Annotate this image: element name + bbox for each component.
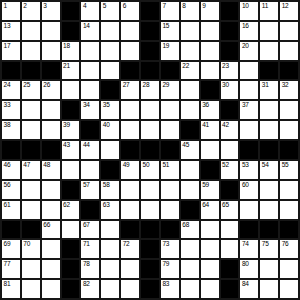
clue-number: 41 [202, 121, 209, 129]
black-cell [42, 141, 60, 159]
white-cell[interactable] [181, 260, 199, 278]
white-cell[interactable] [141, 121, 159, 139]
clue-number: 75 [262, 240, 269, 248]
white-cell[interactable]: 44 [81, 141, 99, 159]
white-cell[interactable]: 1 [2, 2, 20, 20]
clue-number: 70 [23, 240, 30, 248]
clue-number: 56 [4, 181, 11, 189]
white-cell[interactable] [22, 42, 40, 60]
black-cell [221, 22, 239, 40]
white-cell[interactable] [81, 161, 99, 179]
white-cell[interactable]: 15 [161, 22, 179, 40]
white-cell[interactable] [201, 240, 219, 258]
black-cell [62, 240, 80, 258]
clue-number: 7 [162, 2, 165, 10]
clue-number: 16 [242, 22, 249, 30]
white-cell[interactable] [22, 22, 40, 40]
black-cell [141, 62, 159, 80]
black-cell [141, 221, 159, 239]
white-cell[interactable]: 31 [260, 81, 278, 99]
white-cell[interactable] [101, 240, 119, 258]
clue-number: 31 [262, 81, 269, 89]
clue-number: 76 [282, 240, 289, 248]
black-cell [121, 62, 139, 80]
white-cell[interactable]: 58 [101, 181, 119, 199]
black-cell [141, 141, 159, 159]
clue-number: 52 [222, 161, 229, 169]
white-cell[interactable] [221, 221, 239, 239]
white-cell[interactable] [62, 161, 80, 179]
clue-number: 80 [242, 260, 249, 268]
black-cell [81, 201, 99, 219]
white-cell[interactable] [101, 280, 119, 298]
white-cell[interactable]: 83 [161, 280, 179, 298]
white-cell[interactable] [22, 201, 40, 219]
clue-number: 45 [182, 141, 189, 149]
white-cell[interactable] [42, 280, 60, 298]
white-cell[interactable]: 21 [62, 62, 80, 80]
black-cell [260, 62, 278, 80]
white-cell[interactable] [121, 260, 139, 278]
white-cell[interactable]: 47 [22, 161, 40, 179]
clue-number: 54 [262, 161, 269, 169]
white-cell[interactable] [101, 260, 119, 278]
white-cell[interactable] [62, 81, 80, 99]
white-cell[interactable] [181, 42, 199, 60]
white-cell[interactable] [280, 101, 298, 119]
white-cell[interactable] [181, 161, 199, 179]
black-cell [141, 22, 159, 40]
white-cell[interactable] [22, 260, 40, 278]
clue-number: 33 [4, 101, 11, 109]
black-cell [161, 221, 179, 239]
black-cell [141, 260, 159, 278]
clue-number: 59 [202, 181, 209, 189]
clue-number: 40 [103, 121, 110, 129]
white-cell[interactable] [161, 201, 179, 219]
white-cell[interactable] [42, 22, 60, 40]
white-cell[interactable]: 48 [42, 161, 60, 179]
white-cell[interactable] [22, 181, 40, 199]
black-cell [22, 141, 40, 159]
white-cell[interactable]: 20 [240, 42, 258, 60]
white-cell[interactable] [121, 121, 139, 139]
white-cell[interactable]: 61 [2, 201, 20, 219]
white-cell[interactable]: 40 [101, 121, 119, 139]
black-cell [62, 181, 80, 199]
crossword-puzzle: 1234567891011121314151617181920212223242… [0, 0, 300, 300]
clue-number: 36 [202, 101, 209, 109]
white-cell[interactable]: 43 [62, 141, 80, 159]
clue-number: 69 [4, 240, 11, 248]
clue-number: 79 [162, 260, 169, 268]
white-cell[interactable] [121, 22, 139, 40]
white-cell[interactable] [240, 201, 258, 219]
white-cell[interactable] [42, 240, 60, 258]
white-cell[interactable]: 80 [240, 260, 258, 278]
crossword-grid: 1234567891011121314151617181920212223242… [0, 0, 300, 300]
white-cell[interactable] [181, 280, 199, 298]
clue-number: 43 [63, 141, 70, 149]
white-cell[interactable] [280, 260, 298, 278]
white-cell[interactable]: 12 [280, 2, 298, 20]
clue-number: 24 [4, 81, 11, 89]
black-cell [240, 141, 258, 159]
clue-number: 39 [63, 121, 70, 129]
white-cell[interactable]: 4 [81, 2, 99, 20]
white-cell[interactable]: 63 [101, 201, 119, 219]
black-cell [101, 81, 119, 99]
white-cell[interactable]: 54 [260, 161, 278, 179]
white-cell[interactable] [141, 201, 159, 219]
white-cell[interactable]: 76 [280, 240, 298, 258]
clue-number: 23 [222, 62, 229, 70]
black-cell [280, 221, 298, 239]
clue-number: 74 [242, 240, 249, 248]
clue-number: 38 [4, 121, 11, 129]
white-cell[interactable]: 41 [201, 121, 219, 139]
white-cell[interactable] [81, 62, 99, 80]
black-cell [221, 2, 239, 20]
white-cell[interactable] [221, 141, 239, 159]
white-cell[interactable]: 67 [81, 221, 99, 239]
clue-number: 8 [182, 2, 185, 10]
white-cell[interactable]: 28 [141, 81, 159, 99]
clue-number: 49 [123, 161, 130, 169]
white-cell[interactable] [201, 141, 219, 159]
white-cell[interactable]: 18 [62, 42, 80, 60]
black-cell [141, 42, 159, 60]
white-cell[interactable]: 78 [81, 260, 99, 278]
clue-number: 68 [182, 221, 189, 229]
white-cell[interactable] [42, 121, 60, 139]
white-cell[interactable] [260, 280, 278, 298]
white-cell[interactable] [22, 101, 40, 119]
white-cell[interactable] [42, 101, 60, 119]
clue-number: 15 [162, 22, 169, 30]
white-cell[interactable] [101, 22, 119, 40]
clue-number: 14 [83, 22, 90, 30]
black-cell [161, 141, 179, 159]
white-cell[interactable]: 2 [22, 2, 40, 20]
black-cell [260, 141, 278, 159]
clue-number: 50 [143, 161, 150, 169]
black-cell [62, 280, 80, 298]
white-cell[interactable] [260, 22, 278, 40]
clue-number: 64 [202, 201, 209, 209]
white-cell[interactable]: 62 [62, 201, 80, 219]
white-cell[interactable] [81, 81, 99, 99]
white-cell[interactable]: 79 [161, 260, 179, 278]
white-cell[interactable] [42, 201, 60, 219]
clue-number: 46 [4, 161, 11, 169]
white-cell[interactable]: 3 [42, 2, 60, 20]
white-cell[interactable]: 57 [81, 181, 99, 199]
white-cell[interactable]: 81 [2, 280, 20, 298]
clue-number: 20 [242, 42, 249, 50]
white-cell[interactable]: 33 [2, 101, 20, 119]
white-cell[interactable]: 14 [81, 22, 99, 40]
clue-number: 58 [103, 181, 110, 189]
white-cell[interactable] [201, 42, 219, 60]
clue-number: 35 [103, 101, 110, 109]
white-cell[interactable] [201, 22, 219, 40]
white-cell[interactable]: 29 [161, 81, 179, 99]
white-cell[interactable] [280, 121, 298, 139]
white-cell[interactable]: 74 [240, 240, 258, 258]
black-cell [141, 280, 159, 298]
clue-number: 22 [182, 62, 189, 70]
black-cell [22, 62, 40, 80]
clue-number: 6 [123, 2, 126, 10]
black-cell [101, 161, 119, 179]
clue-number: 81 [4, 280, 11, 288]
white-cell[interactable]: 32 [280, 81, 298, 99]
white-cell[interactable]: 65 [221, 201, 239, 219]
white-cell[interactable] [280, 22, 298, 40]
white-cell[interactable]: 66 [42, 221, 60, 239]
white-cell[interactable]: 64 [201, 201, 219, 219]
clue-number: 44 [83, 141, 90, 149]
white-cell[interactable] [101, 221, 119, 239]
clue-number: 27 [123, 81, 130, 89]
black-cell [141, 240, 159, 258]
black-cell [2, 141, 20, 159]
black-cell [280, 141, 298, 159]
clue-number: 42 [222, 121, 229, 129]
black-cell [260, 221, 278, 239]
clue-number: 78 [83, 260, 90, 268]
clue-number: 30 [222, 81, 229, 89]
white-cell[interactable]: 6 [121, 2, 139, 20]
white-cell[interactable]: 77 [2, 260, 20, 278]
white-cell[interactable]: 84 [240, 280, 258, 298]
black-cell [221, 101, 239, 119]
white-cell[interactable] [161, 101, 179, 119]
white-cell[interactable] [280, 201, 298, 219]
white-cell[interactable] [280, 280, 298, 298]
white-cell[interactable]: 45 [181, 141, 199, 159]
white-cell[interactable]: 13 [2, 22, 20, 40]
clue-number: 82 [83, 280, 90, 288]
clue-number: 55 [282, 161, 289, 169]
white-cell[interactable] [260, 101, 278, 119]
clue-number: 47 [23, 161, 30, 169]
white-cell[interactable]: 73 [161, 240, 179, 258]
white-cell[interactable]: 26 [42, 81, 60, 99]
white-cell[interactable] [101, 141, 119, 159]
white-cell[interactable]: 19 [161, 42, 179, 60]
clue-number: 57 [83, 181, 90, 189]
white-cell[interactable]: 51 [161, 161, 179, 179]
white-cell[interactable]: 71 [81, 240, 99, 258]
black-cell [62, 260, 80, 278]
white-cell[interactable]: 75 [260, 240, 278, 258]
white-cell[interactable]: 49 [121, 161, 139, 179]
white-cell[interactable]: 82 [81, 280, 99, 298]
white-cell[interactable] [121, 181, 139, 199]
white-cell[interactable]: 52 [221, 161, 239, 179]
clue-number: 29 [162, 81, 169, 89]
clue-number: 3 [43, 2, 46, 10]
clue-number: 5 [103, 2, 106, 10]
white-cell[interactable] [141, 181, 159, 199]
white-cell[interactable] [42, 42, 60, 60]
white-cell[interactable]: 17 [2, 42, 20, 60]
clue-number: 34 [83, 101, 90, 109]
white-cell[interactable] [62, 221, 80, 239]
clue-number: 61 [4, 201, 11, 209]
clue-number: 19 [162, 42, 169, 50]
white-cell[interactable] [101, 42, 119, 60]
white-cell[interactable]: 9 [201, 2, 219, 20]
white-cell[interactable]: 35 [101, 101, 119, 119]
white-cell[interactable]: 7 [161, 2, 179, 20]
white-cell[interactable] [260, 260, 278, 278]
white-cell[interactable] [42, 260, 60, 278]
white-cell[interactable] [161, 181, 179, 199]
clue-number: 67 [83, 221, 90, 229]
white-cell[interactable] [81, 42, 99, 60]
black-cell [81, 121, 99, 139]
white-cell[interactable]: 53 [240, 161, 258, 179]
white-cell[interactable] [22, 280, 40, 298]
white-cell[interactable]: 25 [22, 81, 40, 99]
black-cell [42, 62, 60, 80]
clue-number: 60 [242, 181, 249, 189]
black-cell [221, 181, 239, 199]
white-cell[interactable] [280, 42, 298, 60]
white-cell[interactable]: 59 [201, 181, 219, 199]
white-cell[interactable] [201, 280, 219, 298]
clue-number: 10 [242, 2, 249, 10]
black-cell [121, 141, 139, 159]
white-cell[interactable]: 27 [121, 81, 139, 99]
clue-number: 72 [123, 240, 130, 248]
clue-number: 65 [222, 201, 229, 209]
white-cell[interactable] [181, 101, 199, 119]
clue-number: 77 [4, 260, 11, 268]
white-cell[interactable]: 68 [181, 221, 199, 239]
clue-number: 63 [103, 201, 110, 209]
white-cell[interactable]: 36 [201, 101, 219, 119]
white-cell[interactable] [121, 101, 139, 119]
white-cell[interactable] [201, 62, 219, 80]
clue-number: 28 [143, 81, 150, 89]
white-cell[interactable]: 39 [62, 121, 80, 139]
white-cell[interactable] [181, 81, 199, 99]
white-cell[interactable] [260, 201, 278, 219]
clue-number: 83 [162, 280, 169, 288]
white-cell[interactable] [121, 42, 139, 60]
white-cell[interactable]: 16 [240, 22, 258, 40]
white-cell[interactable]: 70 [22, 240, 40, 258]
white-cell[interactable] [121, 201, 139, 219]
white-cell[interactable]: 55 [280, 161, 298, 179]
clue-number: 2 [23, 2, 26, 10]
clue-number: 25 [23, 81, 30, 89]
white-cell[interactable] [181, 240, 199, 258]
clue-number: 71 [83, 240, 90, 248]
white-cell[interactable]: 50 [141, 161, 159, 179]
black-cell [181, 121, 199, 139]
black-cell [62, 22, 80, 40]
white-cell[interactable]: 22 [181, 62, 199, 80]
white-cell[interactable]: 38 [2, 121, 20, 139]
white-cell[interactable]: 72 [121, 240, 139, 258]
clue-number: 18 [63, 42, 70, 50]
black-cell [2, 221, 20, 239]
clue-number: 53 [242, 161, 249, 169]
white-cell[interactable] [240, 81, 258, 99]
black-cell [62, 101, 80, 119]
black-cell [181, 201, 199, 219]
clue-number: 48 [43, 161, 50, 169]
white-cell[interactable]: 5 [101, 2, 119, 20]
black-cell [201, 81, 219, 99]
white-cell[interactable] [42, 181, 60, 199]
clue-number: 62 [63, 201, 70, 209]
black-cell [62, 2, 80, 20]
black-cell [141, 2, 159, 20]
clue-number: 4 [83, 2, 86, 10]
clue-number: 84 [242, 280, 249, 288]
clue-number: 21 [63, 62, 70, 70]
white-cell[interactable] [101, 62, 119, 80]
white-cell[interactable] [260, 181, 278, 199]
black-cell [2, 62, 20, 80]
white-cell[interactable]: 56 [2, 181, 20, 199]
white-cell[interactable]: 46 [2, 161, 20, 179]
white-cell[interactable]: 42 [221, 121, 239, 139]
clue-number: 73 [162, 240, 169, 248]
white-cell[interactable] [260, 42, 278, 60]
white-cell[interactable]: 23 [221, 62, 239, 80]
clue-number: 11 [262, 2, 268, 10]
white-cell[interactable] [22, 121, 40, 139]
white-cell[interactable] [240, 121, 258, 139]
white-cell[interactable]: 8 [181, 2, 199, 20]
white-cell[interactable]: 24 [2, 81, 20, 99]
white-cell[interactable]: 10 [240, 2, 258, 20]
black-cell [280, 62, 298, 80]
white-cell[interactable] [240, 62, 258, 80]
clue-number: 66 [43, 221, 50, 229]
white-cell[interactable] [280, 181, 298, 199]
white-cell[interactable] [141, 101, 159, 119]
black-cell [221, 260, 239, 278]
white-cell[interactable] [201, 260, 219, 278]
white-cell[interactable]: 34 [81, 101, 99, 119]
white-cell[interactable]: 69 [2, 240, 20, 258]
white-cell[interactable] [161, 121, 179, 139]
clue-number: 26 [43, 81, 50, 89]
white-cell[interactable]: 11 [260, 2, 278, 20]
white-cell[interactable]: 37 [240, 101, 258, 119]
white-cell[interactable] [260, 121, 278, 139]
white-cell[interactable]: 30 [221, 81, 239, 99]
white-cell[interactable]: 60 [240, 181, 258, 199]
black-cell [161, 62, 179, 80]
clue-number: 17 [4, 42, 11, 50]
white-cell[interactable] [201, 221, 219, 239]
white-cell[interactable] [181, 22, 199, 40]
clue-number: 37 [242, 101, 249, 109]
white-cell[interactable] [181, 181, 199, 199]
black-cell [221, 280, 239, 298]
white-cell[interactable] [121, 280, 139, 298]
white-cell[interactable] [221, 240, 239, 258]
